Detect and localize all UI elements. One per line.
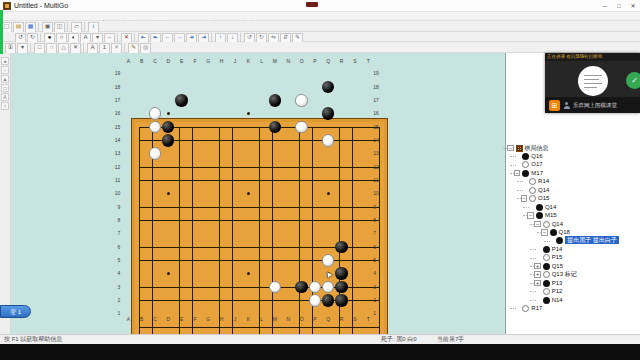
star-point [327,192,330,195]
meeting-video-thumbnail [578,66,608,96]
toolbar-separator [40,33,41,42]
coord-letter-top: Q [323,58,333,65]
coord-number-right: 4 [373,270,386,277]
tree-expand-icon[interactable]: + [534,280,541,287]
coord-number-left: 5 [107,257,120,264]
tree-node-label[interactable]: P12 [552,287,563,295]
coord-number-left: 18 [107,84,120,91]
status-move-number: 当前第7手 [437,335,464,344]
tree-row-Q13[interactable]: +Q13 标记 [506,270,640,278]
toolbar-separator [84,22,85,31]
coord-number-left: 19 [107,70,120,77]
tree-row-Q14[interactable]: Q14 [506,186,640,194]
coord-number-left: 9 [107,204,120,211]
coord-number-left: 8 [107,217,120,224]
star-point [247,192,250,195]
coord-letter-bottom: F [190,316,200,323]
tree-row-提出黑子[interactable]: 提出黑子 提出白子 [506,236,640,244]
coord-letter-bottom: J [230,316,240,323]
tree-stone-white [529,195,536,202]
coord-letter-top: D [163,58,173,65]
tree-stone-white [543,221,550,228]
coord-number-left: 7 [107,230,120,237]
black-stone-Q2[interactable] [322,294,334,306]
tree-collapse-icon[interactable]: − [514,170,521,177]
tree-row-Q15[interactable]: +Q15 [506,262,640,270]
tree-stone-white [543,254,550,261]
tree-row-P12[interactable]: P12 [506,287,640,295]
black-stone-R4[interactable] [335,267,347,279]
white-stone-O15[interactable] [295,121,307,133]
tree-row-Q18[interactable]: −Q18 [506,228,640,236]
coord-number-left: 2 [107,297,120,304]
coord-letter-top: P [310,58,320,65]
tree-row-棋局信息[interactable]: −棋局信息 [506,144,640,152]
tree-node-label[interactable]: Q18 [559,228,570,236]
toolbar-separator [240,33,241,42]
tree-stone-white [543,288,550,295]
toolbar-standard: ▢▤▦▣◫▱i [0,21,640,32]
side-black-stone-icon[interactable]: ● [1,57,9,65]
coord-letter-bottom: D [163,316,173,323]
black-stone-D14[interactable] [162,134,174,146]
side-white-stone-icon[interactable]: ○ [1,66,9,74]
star-point [247,272,250,275]
recording-badge [306,2,318,7]
side-square-icon[interactable]: □ [1,84,9,92]
star-point [167,112,170,115]
tree-node-label[interactable]: M17 [531,169,543,177]
tree-node-label[interactable]: 棋局信息 [525,144,549,152]
coord-number-right: 7 [373,230,386,237]
coord-number-left: 14 [107,137,120,144]
tree-stone-black [522,153,529,160]
coord-number-left: 4 [107,270,120,277]
title-bar: Untitled - MultiGo ─ □ ✕ [0,0,640,12]
toolbar-separator [211,33,212,42]
meeting-floating-window[interactable]: 正在讲课 有问题随时打断我 ✓ ⊞ 乐弈网上围棋课堂 [545,53,640,113]
coord-number-right: 9 [373,204,386,211]
coord-letter-bottom: E [177,316,187,323]
coord-number-right: 1 [373,310,386,317]
white-stone-O17[interactable] [295,94,307,106]
close-button[interactable]: ✕ [626,0,640,12]
tree-stone-black [543,280,550,287]
window-title: Untitled - MultiGo [14,2,68,9]
white-stone-Q14[interactable] [322,134,334,146]
coord-number-right: 19 [373,70,386,77]
coord-letter-bottom: L [257,316,267,323]
coord-number-left: 17 [107,97,120,104]
side-triangle-icon[interactable]: ▲ [1,75,9,83]
toolbar-separator [117,33,118,42]
tree-node-label[interactable]: O15 [538,194,549,202]
coord-letter-top: G [203,58,213,65]
coord-letter-top: N [283,58,293,65]
tree-stone-white [522,161,529,168]
coord-letter-top: M [270,58,280,65]
tree-stone-black [522,170,529,177]
coord-number-left: 16 [107,110,120,117]
coord-letter-bottom: T [363,316,373,323]
go-board-area[interactable]: AABBCCDDEEFFGGHHJJKKLLMMNNOOPPQQRRSSTT19… [11,53,505,334]
toolbar-marks: ①▾□○△✕A1✕✎◎ [0,42,640,53]
tree-collapse-icon[interactable]: − [507,145,514,152]
coord-number-left: 3 [107,284,120,291]
tree-collapse-icon[interactable]: − [541,229,548,236]
tree-node-label[interactable]: P14 [552,245,563,253]
white-stone-Q5[interactable] [322,254,334,266]
tree-node-label[interactable]: Q13 标记 [552,270,577,278]
coord-letter-top: L [257,58,267,65]
star-point [247,112,250,115]
side-resize-icon[interactable]: ↕ [1,102,9,110]
meeting-channel-name: 乐弈网上围棋课堂 [573,102,617,109]
coord-letter-top: T [363,58,373,65]
coord-number-right: 13 [373,150,386,157]
star-point [167,192,170,195]
tree-stone-white [522,305,529,312]
minimize-button[interactable]: ─ [598,0,612,12]
black-stone-R3[interactable] [335,281,347,293]
tree-stone-black [536,204,543,211]
tree-row-M17[interactable]: −M17 [506,169,640,177]
tree-stone-black [543,263,550,270]
coord-number-right: 8 [373,217,386,224]
coord-letter-bottom: O [297,316,307,323]
tree-stone-black [543,246,550,253]
tree-stone-black [550,229,557,236]
menu-bar: 文件(F)编辑(E)棋盘(A)导航(N)标签(T)查看(V)工具(S)选项(O)… [0,12,640,21]
side-letter-icon[interactable]: A [1,93,9,101]
tree-row-O15[interactable]: −O15 [506,194,640,202]
tree-node-label[interactable]: R14 [538,177,549,185]
status-help-text: 按 F1 以获取帮助信息 [4,335,62,344]
coord-letter-top: E [177,58,187,65]
coord-number-right: 18 [373,84,386,91]
tree-expand-icon[interactable]: + [534,263,541,270]
coord-number-right: 17 [373,97,386,104]
coord-letter-bottom: B [137,316,147,323]
toolbar-navigation: ↺↻●○◐A▾–✕⇤↞←→↠⇥↑↓↺↻⇋⇵✎ [0,32,640,42]
meeting-action-button[interactable]: ✓ [626,72,640,89]
participant-icon [565,102,568,105]
coord-number-left: 13 [107,150,120,157]
coord-letter-top: S [350,58,360,65]
tree-root-icon [516,145,523,152]
black-stone-Q18[interactable] [322,81,334,93]
coord-letter-top: H [217,58,227,65]
coord-letter-top: B [137,58,147,65]
tree-row-M15[interactable]: −M15 [506,211,640,219]
tree-node-label[interactable]: M15 [545,211,557,219]
tree-stone-white [529,178,536,185]
tree-stone-white [543,271,550,278]
coord-letter-top: J [230,58,240,65]
coord-letter-top: A [123,58,133,65]
coord-letter-bottom: K [243,316,253,323]
tree-collapse-icon[interactable]: − [534,221,541,228]
coord-number-right: 3 [373,284,386,291]
tree-row-P14[interactable]: P14 [506,245,640,253]
black-stone-R2[interactable] [335,294,347,306]
coord-letter-bottom: M [270,316,280,323]
coord-letter-bottom: C [150,316,160,323]
coord-letter-bottom: P [310,316,320,323]
coord-letter-top: R [337,58,347,65]
tree-row-P13[interactable]: +P13 [506,279,640,287]
tree-row-R14[interactable]: R14 [506,177,640,185]
white-stone-C13[interactable] [149,147,161,159]
tree-node-label[interactable]: P15 [552,253,563,261]
coord-number-left: 6 [107,244,120,251]
tree-collapse-icon[interactable]: − [527,212,534,219]
tree-node-label[interactable]: Q14 [538,186,549,194]
coord-number-left: 15 [107,124,120,131]
coord-number-left: 10 [107,190,120,197]
toolbar-separator [30,43,31,52]
meeting-window-footer: ⊞ 乐弈网上围棋课堂 [545,97,640,113]
status-bar: 按 F1 以获取帮助信息 死子: 黑0 白0 当前第7手 S中⌨◉♪▦✦▾ [0,334,640,344]
toolbar-separator [124,43,125,52]
tree-node-label[interactable]: O17 [531,160,542,168]
coord-letter-top: O [297,58,307,65]
floating-widget-sliver[interactable] [0,10,3,54]
coord-number-right: 10 [373,190,386,197]
meeting-app-icon[interactable]: ⊞ [549,100,560,111]
white-stone-C16[interactable] [149,107,161,119]
coord-number-left: 12 [107,164,120,171]
multigo-app-icon [3,2,11,10]
white-stone-P2[interactable] [309,294,321,306]
tree-node-label[interactable]: Q14 [552,220,563,228]
coord-number-right: 2 [373,297,386,304]
coord-number-right: 12 [373,164,386,171]
tree-row-Q14[interactable]: −Q14 [506,220,640,228]
coord-letter-bottom: Q [323,316,333,323]
tree-node-label[interactable]: Q15 [552,262,563,270]
toolbar-separator [134,33,135,42]
tree-stone-white [529,187,536,194]
black-stone-O3[interactable] [295,281,307,293]
coord-letter-top: C [150,58,160,65]
coord-number-right: 16 [373,110,386,117]
coord-letter-bottom: S [350,316,360,323]
toolbar-separator [38,22,39,31]
tree-stone-black [543,297,550,304]
star-point [167,272,170,275]
tree-stone-black [556,237,563,244]
coord-letter-bottom: N [283,316,293,323]
tree-node-label[interactable]: Q16 [531,152,542,160]
tree-node-label[interactable]: R17 [531,304,542,312]
tree-node-label[interactable]: Q14 [545,203,556,211]
toolbar-separator [67,22,68,31]
tree-row-Q16[interactable]: Q16 [506,152,640,160]
coord-letter-bottom: G [203,316,213,323]
variation-pill[interactable]: 变 1 [0,305,31,318]
tree-stone-black [536,212,543,219]
coord-letter-bottom: A [123,316,133,323]
coord-number-left: 11 [107,177,120,184]
left-tool-strip: ●○▲□A↕ [0,53,11,334]
coord-number-right: 6 [373,244,386,251]
meeting-banner: 正在讲课 有问题随时打断我 [545,53,640,61]
coord-number-right: 15 [373,124,386,131]
tree-node-label[interactable]: P13 [552,279,563,287]
tree-expand-icon[interactable]: + [534,271,541,278]
coord-number-left: 1 [107,310,120,317]
toolbar-separator [83,43,84,52]
status-captures: 死子: 黑0 白0 [381,335,417,344]
tree-collapse-icon[interactable]: − [521,195,528,202]
coord-letter-top: K [243,58,253,65]
tree-node-label[interactable]: N14 [552,296,563,304]
tree-row-N14[interactable]: N14 [506,296,640,304]
coord-number-right: 11 [373,177,386,184]
tree-row-R17[interactable]: R17 [506,304,640,312]
black-stone-E17[interactable] [175,94,187,106]
black-stone-M17[interactable] [269,94,281,106]
coord-letter-top: F [190,58,200,65]
coord-number-right: 14 [373,137,386,144]
taskbar: ▦ ◩ ◠ 18:55 周二 2020/12/22 ∧▤▯◠◀◆ [0,344,640,360]
tree-row-Q14[interactable]: Q14 [506,203,640,211]
tree-row-O17[interactable]: O17 [506,160,640,168]
tree-row-P15[interactable]: P15 [506,253,640,261]
coord-letter-bottom: R [337,316,347,323]
tree-selected-node[interactable]: 提出黑子 提出白子 [565,236,619,244]
coord-letter-bottom: H [217,316,227,323]
coord-number-right: 5 [373,257,386,264]
maximize-button[interactable]: □ [612,0,626,12]
black-stone-R6[interactable] [335,241,347,253]
